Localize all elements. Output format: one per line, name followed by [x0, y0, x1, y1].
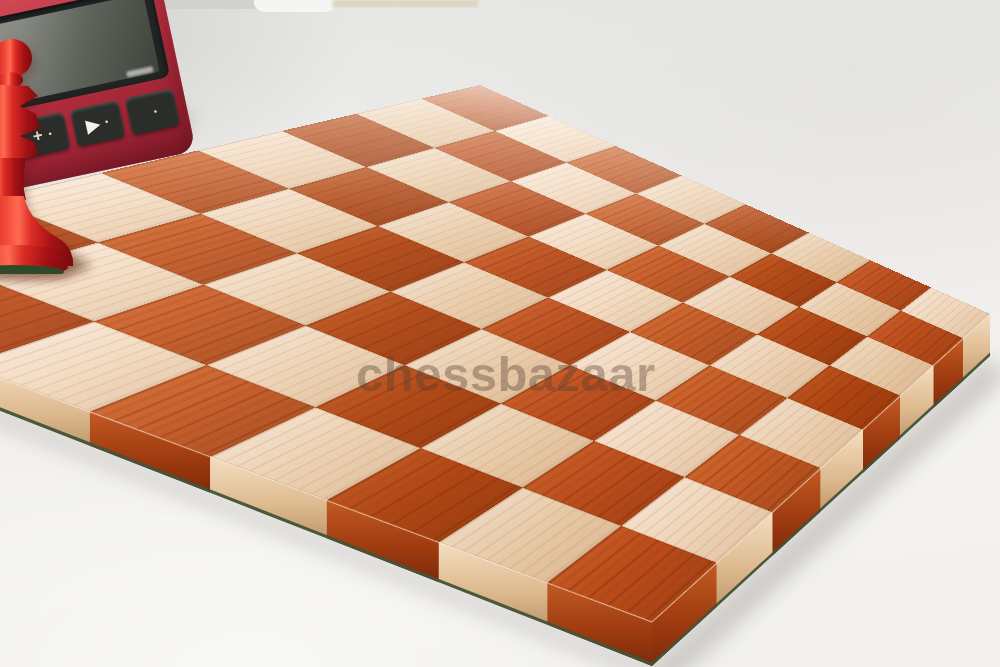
background-object [332, 0, 478, 7]
chess-board [0, 85, 990, 622]
clock-button[interactable]: • [124, 88, 180, 135]
led-dot-icon: • [104, 117, 109, 127]
led-dot-icon: • [153, 106, 158, 116]
red-chess-piece[interactable] [0, 34, 86, 274]
background-object [254, 0, 336, 12]
product-photo: M • + • ▶ • • [0, 0, 1000, 667]
play-icon: ▶ [84, 113, 101, 136]
